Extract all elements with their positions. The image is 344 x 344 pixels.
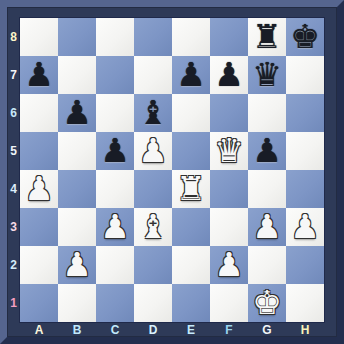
square-c8[interactable] — [96, 18, 134, 56]
square-c7[interactable] — [96, 56, 134, 94]
square-b3[interactable] — [58, 208, 96, 246]
square-e7[interactable]: ♟ — [172, 56, 210, 94]
file-label-g: G — [248, 322, 286, 337]
square-c2[interactable] — [96, 246, 134, 284]
black-pawn: ♟ — [100, 132, 130, 170]
file-label-e: E — [172, 322, 210, 337]
square-c5[interactable]: ♟ — [96, 132, 134, 170]
square-b6[interactable]: ♟ — [58, 94, 96, 132]
square-a1[interactable] — [20, 284, 58, 322]
square-b5[interactable] — [58, 132, 96, 170]
square-h6[interactable] — [286, 94, 324, 132]
file-label-a: A — [20, 322, 58, 337]
square-b2[interactable]: ♟ — [58, 246, 96, 284]
square-a5[interactable] — [20, 132, 58, 170]
white-queen: ♛ — [214, 132, 244, 170]
square-e5[interactable] — [172, 132, 210, 170]
rank-label-4: 4 — [7, 170, 20, 208]
black-rook: ♜ — [252, 18, 282, 56]
square-c4[interactable] — [96, 170, 134, 208]
square-f4[interactable] — [210, 170, 248, 208]
rank-label-8: 8 — [7, 18, 20, 56]
black-pawn: ♟ — [214, 56, 244, 94]
white-pawn: ♟ — [252, 208, 282, 246]
square-e6[interactable] — [172, 94, 210, 132]
square-h2[interactable] — [286, 246, 324, 284]
white-pawn: ♟ — [100, 208, 130, 246]
file-label-b: B — [58, 322, 96, 337]
square-d1[interactable] — [134, 284, 172, 322]
rank-labels: 87654321 — [7, 18, 20, 322]
rank-label-5: 5 — [7, 132, 20, 170]
square-f1[interactable] — [210, 284, 248, 322]
white-pawn: ♟ — [24, 170, 54, 208]
square-d7[interactable] — [134, 56, 172, 94]
square-b1[interactable] — [58, 284, 96, 322]
black-pawn: ♟ — [252, 132, 282, 170]
square-a7[interactable]: ♟ — [20, 56, 58, 94]
square-e8[interactable] — [172, 18, 210, 56]
square-h8[interactable]: ♚ — [286, 18, 324, 56]
square-g3[interactable]: ♟ — [248, 208, 286, 246]
square-b7[interactable] — [58, 56, 96, 94]
square-e4[interactable]: ♜ — [172, 170, 210, 208]
rank-label-2: 2 — [7, 246, 20, 284]
square-a3[interactable] — [20, 208, 58, 246]
file-label-h: H — [286, 322, 324, 337]
square-g2[interactable] — [248, 246, 286, 284]
square-g8[interactable]: ♜ — [248, 18, 286, 56]
black-queen: ♛ — [252, 56, 282, 94]
square-d4[interactable] — [134, 170, 172, 208]
white-pawn: ♟ — [290, 208, 320, 246]
square-a4[interactable]: ♟ — [20, 170, 58, 208]
chess-board-frame: 87654321 ♜♚♟♟♟♛♟♝♟♟♛♟♟♜♟♝♟♟♟♟♚ ABCDEFGH — [0, 0, 344, 344]
square-a8[interactable] — [20, 18, 58, 56]
white-pawn: ♟ — [214, 246, 244, 284]
square-c3[interactable]: ♟ — [96, 208, 134, 246]
square-g6[interactable] — [248, 94, 286, 132]
rank-label-3: 3 — [7, 208, 20, 246]
square-f5[interactable]: ♛ — [210, 132, 248, 170]
white-pawn: ♟ — [62, 246, 92, 284]
square-f6[interactable] — [210, 94, 248, 132]
square-h5[interactable] — [286, 132, 324, 170]
white-pawn: ♟ — [138, 132, 168, 170]
square-a6[interactable] — [20, 94, 58, 132]
file-label-c: C — [96, 322, 134, 337]
square-a2[interactable] — [20, 246, 58, 284]
square-f7[interactable]: ♟ — [210, 56, 248, 94]
square-d6[interactable]: ♝ — [134, 94, 172, 132]
square-g5[interactable]: ♟ — [248, 132, 286, 170]
rank-label-7: 7 — [7, 56, 20, 94]
square-g1[interactable]: ♚ — [248, 284, 286, 322]
square-e3[interactable] — [172, 208, 210, 246]
square-f3[interactable] — [210, 208, 248, 246]
square-f2[interactable]: ♟ — [210, 246, 248, 284]
square-e2[interactable] — [172, 246, 210, 284]
black-pawn: ♟ — [24, 56, 54, 94]
chess-board[interactable]: ♜♚♟♟♟♛♟♝♟♟♛♟♟♜♟♝♟♟♟♟♚ — [20, 18, 324, 322]
file-label-d: D — [134, 322, 172, 337]
square-g4[interactable] — [248, 170, 286, 208]
square-d8[interactable] — [134, 18, 172, 56]
black-pawn: ♟ — [62, 94, 92, 132]
square-f8[interactable] — [210, 18, 248, 56]
square-d2[interactable] — [134, 246, 172, 284]
rank-label-1: 1 — [7, 284, 20, 322]
white-rook: ♜ — [176, 170, 206, 208]
square-d3[interactable]: ♝ — [134, 208, 172, 246]
square-b8[interactable] — [58, 18, 96, 56]
square-h3[interactable]: ♟ — [286, 208, 324, 246]
file-labels: ABCDEFGH — [20, 322, 324, 337]
square-c1[interactable] — [96, 284, 134, 322]
white-bishop: ♝ — [138, 208, 168, 246]
square-h7[interactable] — [286, 56, 324, 94]
black-king: ♚ — [290, 18, 320, 56]
square-g7[interactable]: ♛ — [248, 56, 286, 94]
square-d5[interactable]: ♟ — [134, 132, 172, 170]
rank-label-6: 6 — [7, 94, 20, 132]
square-h4[interactable] — [286, 170, 324, 208]
square-c6[interactable] — [96, 94, 134, 132]
square-h1[interactable] — [286, 284, 324, 322]
black-bishop: ♝ — [138, 94, 168, 132]
square-b4[interactable] — [58, 170, 96, 208]
white-king: ♚ — [252, 284, 282, 322]
square-e1[interactable] — [172, 284, 210, 322]
black-pawn: ♟ — [176, 56, 206, 94]
file-label-f: F — [210, 322, 248, 337]
